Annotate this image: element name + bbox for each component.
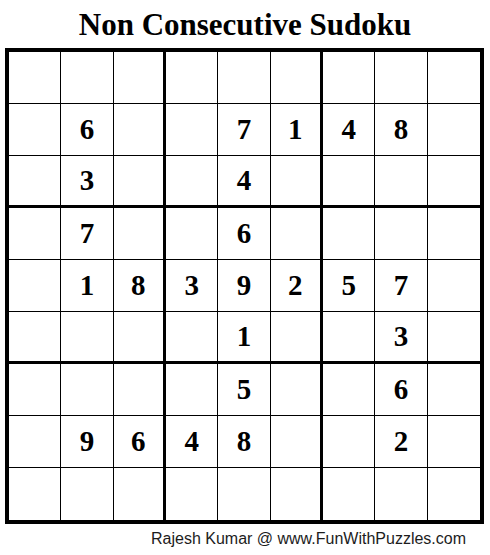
cell-r2c9[interactable] xyxy=(428,104,480,156)
cell-r2c6[interactable]: 1 xyxy=(271,104,323,156)
puzzle-page: Non Consecutive Sudoku 67148347618392571… xyxy=(0,0,490,555)
cell-r8c7[interactable] xyxy=(323,416,375,468)
cell-r5c2[interactable]: 1 xyxy=(61,260,113,312)
cell-r5c7[interactable]: 5 xyxy=(323,260,375,312)
cell-r2c5[interactable]: 7 xyxy=(218,104,270,156)
cell-r4c9[interactable] xyxy=(428,208,480,260)
cell-r9c2[interactable] xyxy=(61,468,113,520)
cell-r5c5[interactable]: 9 xyxy=(218,260,270,312)
cell-r3c7[interactable] xyxy=(323,156,375,208)
cell-r1c2[interactable] xyxy=(61,52,113,104)
cell-r2c7[interactable]: 4 xyxy=(323,104,375,156)
cell-r2c4[interactable] xyxy=(166,104,218,156)
cell-r4c7[interactable] xyxy=(323,208,375,260)
cell-r3c4[interactable] xyxy=(166,156,218,208)
cell-r7c2[interactable] xyxy=(61,364,113,416)
cell-r7c1[interactable] xyxy=(9,364,61,416)
cell-r6c1[interactable] xyxy=(9,312,61,364)
cell-r1c5[interactable] xyxy=(218,52,270,104)
cell-r1c8[interactable] xyxy=(375,52,427,104)
cell-r4c6[interactable] xyxy=(271,208,323,260)
cell-r4c5[interactable]: 6 xyxy=(218,208,270,260)
cell-r2c2[interactable]: 6 xyxy=(61,104,113,156)
cell-r3c9[interactable] xyxy=(428,156,480,208)
cell-r6c5[interactable]: 1 xyxy=(218,312,270,364)
cell-r3c1[interactable] xyxy=(9,156,61,208)
cell-r3c5[interactable]: 4 xyxy=(218,156,270,208)
cell-r7c9[interactable] xyxy=(428,364,480,416)
cell-r6c8[interactable]: 3 xyxy=(375,312,427,364)
cell-r1c9[interactable] xyxy=(428,52,480,104)
cell-r6c9[interactable] xyxy=(428,312,480,364)
cell-r8c3[interactable]: 6 xyxy=(114,416,166,468)
cell-r8c4[interactable]: 4 xyxy=(166,416,218,468)
cell-r3c8[interactable] xyxy=(375,156,427,208)
cell-r1c6[interactable] xyxy=(271,52,323,104)
cell-r1c7[interactable] xyxy=(323,52,375,104)
cell-r4c2[interactable]: 7 xyxy=(61,208,113,260)
cell-r9c5[interactable] xyxy=(218,468,270,520)
cell-r5c3[interactable]: 8 xyxy=(114,260,166,312)
cell-r4c3[interactable] xyxy=(114,208,166,260)
cell-r6c3[interactable] xyxy=(114,312,166,364)
cell-r6c2[interactable] xyxy=(61,312,113,364)
cell-r1c1[interactable] xyxy=(9,52,61,104)
cell-r2c8[interactable]: 8 xyxy=(375,104,427,156)
cell-r9c1[interactable] xyxy=(9,468,61,520)
cell-r9c4[interactable] xyxy=(166,468,218,520)
cell-r8c1[interactable] xyxy=(9,416,61,468)
cell-r3c6[interactable] xyxy=(271,156,323,208)
cell-r2c1[interactable] xyxy=(9,104,61,156)
cell-r8c6[interactable] xyxy=(271,416,323,468)
cell-r5c1[interactable] xyxy=(9,260,61,312)
cell-r7c8[interactable]: 6 xyxy=(375,364,427,416)
cell-r8c9[interactable] xyxy=(428,416,480,468)
cell-r7c7[interactable] xyxy=(323,364,375,416)
cell-r8c5[interactable]: 8 xyxy=(218,416,270,468)
cell-r9c3[interactable] xyxy=(114,468,166,520)
cell-r9c9[interactable] xyxy=(428,468,480,520)
cell-r6c7[interactable] xyxy=(323,312,375,364)
cell-r9c7[interactable] xyxy=(323,468,375,520)
credit-text: Rajesh Kumar @ www.FunWithPuzzles.com xyxy=(151,529,466,549)
cell-r1c3[interactable] xyxy=(114,52,166,104)
cell-r3c2[interactable]: 3 xyxy=(61,156,113,208)
cell-r5c9[interactable] xyxy=(428,260,480,312)
cell-r8c8[interactable]: 2 xyxy=(375,416,427,468)
cell-r5c4[interactable]: 3 xyxy=(166,260,218,312)
cell-r7c6[interactable] xyxy=(271,364,323,416)
cell-r2c3[interactable] xyxy=(114,104,166,156)
cell-r1c4[interactable] xyxy=(166,52,218,104)
cell-r7c4[interactable] xyxy=(166,364,218,416)
cell-r6c6[interactable] xyxy=(271,312,323,364)
cell-r5c6[interactable]: 2 xyxy=(271,260,323,312)
cell-r5c8[interactable]: 7 xyxy=(375,260,427,312)
cell-r7c3[interactable] xyxy=(114,364,166,416)
cell-r6c4[interactable] xyxy=(166,312,218,364)
cell-r4c4[interactable] xyxy=(166,208,218,260)
sudoku-board: 6714834761839257135696482 xyxy=(5,48,484,524)
cell-r9c6[interactable] xyxy=(271,468,323,520)
cell-r9c8[interactable] xyxy=(375,468,427,520)
page-title: Non Consecutive Sudoku xyxy=(0,6,490,44)
cell-r3c3[interactable] xyxy=(114,156,166,208)
cell-r4c1[interactable] xyxy=(9,208,61,260)
cell-r7c5[interactable]: 5 xyxy=(218,364,270,416)
cell-r8c2[interactable]: 9 xyxy=(61,416,113,468)
cell-r4c8[interactable] xyxy=(375,208,427,260)
